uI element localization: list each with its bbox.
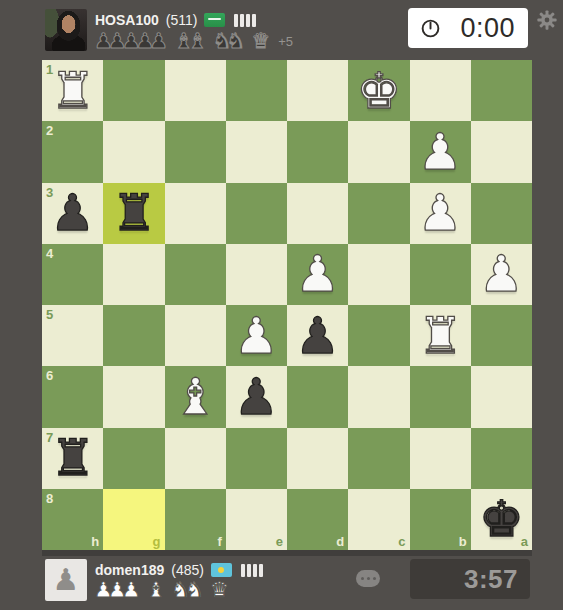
piece-white-rook-h1[interactable]: ♜ (42, 60, 103, 121)
square-b5[interactable]: ♜ (410, 305, 471, 366)
bottom-player-name-row: domen189 (485) (95, 561, 263, 579)
square-e8[interactable]: e (226, 489, 287, 550)
square-h5[interactable]: 5 (42, 305, 103, 366)
square-e1[interactable] (226, 60, 287, 121)
top-player-flag-icon (204, 13, 225, 27)
square-a6[interactable] (471, 366, 532, 427)
square-b7[interactable] (410, 428, 471, 489)
top-player-name[interactable]: HOSA100 (95, 12, 159, 28)
file-label-e: e (276, 535, 283, 548)
square-c6[interactable] (348, 366, 409, 427)
square-f7[interactable] (165, 428, 226, 489)
square-d4[interactable]: ♟ (287, 244, 348, 305)
piece-black-king-a8[interactable]: ♚ (471, 489, 532, 550)
square-c8[interactable]: c (348, 489, 409, 550)
square-h6[interactable]: 6 (42, 366, 103, 427)
bottom-player-flag-icon (211, 563, 232, 577)
captured-knight-group: ♞♞ (171, 578, 204, 602)
square-c7[interactable] (348, 428, 409, 489)
captured-bishop-group: ♝♝ (174, 29, 207, 53)
square-c2[interactable] (348, 121, 409, 182)
square-d5[interactable]: ♟ (287, 305, 348, 366)
square-e6[interactable]: ♟ (226, 366, 287, 427)
bottom-player-clock: 3:57 (410, 559, 530, 599)
square-f8[interactable]: f (165, 489, 226, 550)
bottom-player-name[interactable]: domen189 (95, 562, 164, 578)
square-g4[interactable] (103, 244, 164, 305)
bottom-player-signal-bars-icon (241, 564, 263, 577)
captured-pawn-group: ♟♟♟♟♟ (94, 29, 168, 53)
square-c1[interactable]: ♚ (348, 60, 409, 121)
square-d3[interactable] (287, 183, 348, 244)
captured-queen-group: ♛ (210, 578, 229, 602)
clock-icon (420, 18, 441, 39)
bottom-player-avatar[interactable]: ♟ (45, 559, 87, 601)
bottom-clock-time: 3:57 (464, 564, 518, 595)
square-h3[interactable]: 3♟ (42, 183, 103, 244)
piece-black-pawn-d5[interactable]: ♟ (287, 305, 348, 366)
square-a2[interactable] (471, 121, 532, 182)
square-f6[interactable]: ♝ (165, 366, 226, 427)
square-e3[interactable] (226, 183, 287, 244)
piece-black-pawn-e6[interactable]: ♟ (226, 366, 287, 427)
square-g6[interactable] (103, 366, 164, 427)
chat-bubble-icon[interactable] (356, 570, 380, 587)
bottom-player-captured-pieces: ♟♟♟♝♞♞♛ (94, 579, 235, 601)
square-b6[interactable] (410, 366, 471, 427)
file-label-b: b (459, 535, 467, 548)
bottom-player-rating: (485) (171, 562, 204, 578)
square-b1[interactable] (410, 60, 471, 121)
file-label-g: g (153, 535, 161, 548)
square-a3[interactable] (471, 183, 532, 244)
top-player-rating: (511) (166, 12, 198, 28)
captured-pawn-group: ♟♟♟ (94, 578, 140, 602)
square-e7[interactable] (226, 428, 287, 489)
material-advantage: +5 (278, 34, 293, 49)
square-h2[interactable]: 2 (42, 121, 103, 182)
rank-label-2: 2 (46, 124, 53, 137)
file-label-f: f (217, 535, 221, 548)
square-d2[interactable] (287, 121, 348, 182)
piece-white-pawn-b2[interactable]: ♟ (410, 121, 471, 182)
square-b4[interactable] (410, 244, 471, 305)
piece-black-rook-g3[interactable]: ♜ (103, 183, 164, 244)
square-d6[interactable] (287, 366, 348, 427)
square-f4[interactable] (165, 244, 226, 305)
square-a4[interactable]: ♟ (471, 244, 532, 305)
piece-white-bishop-f6[interactable]: ♝ (165, 366, 226, 427)
rank-label-8: 8 (46, 492, 53, 505)
top-player-clock: 0:00 (408, 8, 528, 48)
piece-white-rook-b5[interactable]: ♜ (410, 305, 471, 366)
square-d8[interactable]: d (287, 489, 348, 550)
chess-board[interactable]: 1♜♚2♟3♟♜♟4♟♟5♟♟♜6♝♟7♜8hgfedcba♚ (42, 60, 532, 550)
square-h4[interactable]: 4 (42, 244, 103, 305)
square-e4[interactable] (226, 244, 287, 305)
square-a8[interactable]: a♚ (471, 489, 532, 550)
square-g3[interactable]: ♜ (103, 183, 164, 244)
square-c3[interactable] (348, 183, 409, 244)
captured-black-pieces: ♟♟♟♟♟♝♝♞♞♛ (94, 31, 276, 52)
piece-black-rook-h7[interactable]: ♜ (42, 428, 103, 489)
default-avatar-pawn-icon: ♟ (53, 565, 80, 595)
top-player-signal-bars-icon (234, 14, 256, 27)
file-label-h: h (91, 535, 99, 548)
square-g7[interactable] (103, 428, 164, 489)
chess-game-window: HOSA100 (511) ♟♟♟♟♟♝♝♞♞♛ +5 0:00 (0, 0, 563, 610)
square-g2[interactable] (103, 121, 164, 182)
square-b2[interactable]: ♟ (410, 121, 471, 182)
square-d7[interactable] (287, 428, 348, 489)
square-a7[interactable] (471, 428, 532, 489)
top-player-avatar[interactable] (45, 9, 87, 51)
square-c4[interactable] (348, 244, 409, 305)
square-h8[interactable]: 8h (42, 489, 103, 550)
top-player-name-row: HOSA100 (511) (95, 11, 256, 29)
file-label-c: c (398, 535, 405, 548)
square-h1[interactable]: 1♜ (42, 60, 103, 121)
piece-white-pawn-e5[interactable]: ♟ (226, 305, 287, 366)
square-f5[interactable] (165, 305, 226, 366)
piece-black-pawn-h3[interactable]: ♟ (42, 183, 103, 244)
square-g1[interactable] (103, 60, 164, 121)
rank-label-4: 4 (46, 247, 53, 260)
square-g8[interactable]: g (103, 489, 164, 550)
square-c5[interactable] (348, 305, 409, 366)
rank-label-5: 5 (46, 308, 53, 321)
captured-knight-group: ♞♞ (213, 29, 246, 53)
square-f2[interactable] (165, 121, 226, 182)
square-e5[interactable]: ♟ (226, 305, 287, 366)
square-b8[interactable]: b (410, 489, 471, 550)
square-b3[interactable]: ♟ (410, 183, 471, 244)
piece-white-pawn-a4[interactable]: ♟ (471, 244, 532, 305)
captured-queen-group: ♛ (251, 29, 270, 53)
square-h7[interactable]: 7♜ (42, 428, 103, 489)
square-a1[interactable] (471, 60, 532, 121)
square-d1[interactable] (287, 60, 348, 121)
square-f3[interactable] (165, 183, 226, 244)
piece-white-pawn-b3[interactable]: ♟ (410, 183, 471, 244)
rank-label-6: 6 (46, 369, 53, 382)
captured-white-pieces: ♟♟♟♝♞♞♛ (94, 580, 235, 601)
settings-gear-icon[interactable] (536, 9, 558, 31)
square-f1[interactable] (165, 60, 226, 121)
piece-white-pawn-d4[interactable]: ♟ (287, 244, 348, 305)
square-a5[interactable] (471, 305, 532, 366)
top-player-captured-pieces: ♟♟♟♟♟♝♝♞♞♛ +5 (94, 30, 293, 52)
top-clock-time: 0:00 (460, 13, 515, 44)
piece-white-king-c1[interactable]: ♚ (348, 60, 409, 121)
file-label-d: d (336, 535, 344, 548)
square-g5[interactable] (103, 305, 164, 366)
captured-bishop-group: ♝ (146, 578, 165, 602)
square-e2[interactable] (226, 121, 287, 182)
